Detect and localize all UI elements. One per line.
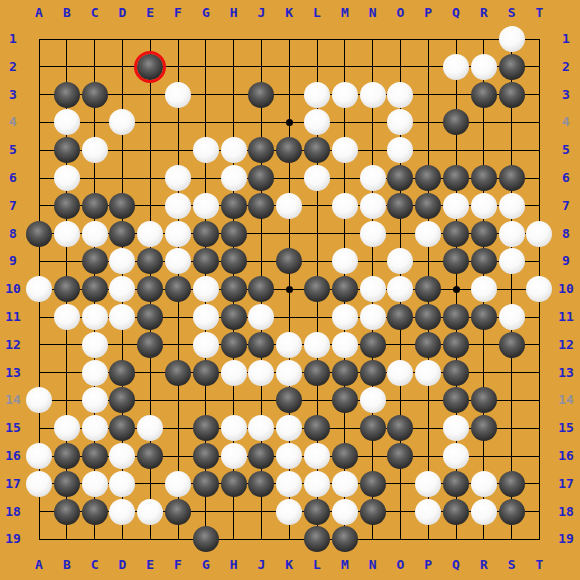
black-stone: [82, 276, 108, 302]
white-stone: [499, 221, 525, 247]
row-label-left: 2: [0, 59, 26, 75]
white-stone: [443, 415, 469, 441]
white-stone: [332, 332, 358, 358]
black-stone: [221, 332, 247, 358]
white-stone: [415, 499, 441, 525]
black-stone: [82, 248, 108, 274]
white-stone: [221, 443, 247, 469]
column-label-top: B: [54, 5, 80, 21]
star-point: [286, 286, 293, 293]
white-stone: [499, 193, 525, 219]
black-stone: [471, 221, 497, 247]
white-stone: [304, 443, 330, 469]
row-label-right: 5: [553, 142, 579, 158]
column-label-bottom: D: [109, 557, 135, 573]
row-label-right: 18: [553, 504, 579, 520]
black-stone: [54, 193, 80, 219]
column-label-top: D: [109, 5, 135, 21]
black-stone: [443, 471, 469, 497]
white-stone: [137, 415, 163, 441]
white-stone: [471, 54, 497, 80]
row-label-left: 11: [0, 309, 26, 325]
black-stone: [54, 443, 80, 469]
white-stone: [109, 248, 135, 274]
white-stone: [221, 360, 247, 386]
row-label-left: 8: [0, 226, 26, 242]
white-stone: [82, 304, 108, 330]
black-stone: [332, 526, 358, 552]
white-stone: [332, 499, 358, 525]
white-stone: [415, 221, 441, 247]
white-stone: [415, 360, 441, 386]
black-stone: [443, 332, 469, 358]
black-stone: [193, 443, 219, 469]
black-stone: [221, 471, 247, 497]
row-label-left: 7: [0, 198, 26, 214]
white-stone: [137, 221, 163, 247]
white-stone: [165, 471, 191, 497]
black-stone: [443, 360, 469, 386]
black-stone: [332, 360, 358, 386]
white-stone: [471, 193, 497, 219]
column-label-bottom: T: [526, 557, 552, 573]
white-stone: [332, 137, 358, 163]
row-label-left: 16: [0, 448, 26, 464]
white-stone: [332, 193, 358, 219]
row-label-left: 12: [0, 337, 26, 353]
black-stone: [165, 499, 191, 525]
column-label-top: C: [82, 5, 108, 21]
white-stone: [276, 332, 302, 358]
white-stone: [304, 109, 330, 135]
black-stone: [471, 415, 497, 441]
black-stone: [471, 165, 497, 191]
black-stone: [26, 221, 52, 247]
black-stone: [248, 276, 274, 302]
column-label-bottom: O: [387, 557, 413, 573]
black-stone: [443, 221, 469, 247]
black-stone: [109, 360, 135, 386]
column-label-bottom: N: [360, 557, 386, 573]
column-label-top: S: [499, 5, 525, 21]
white-stone: [248, 360, 274, 386]
white-stone: [387, 137, 413, 163]
row-label-left: 19: [0, 531, 26, 547]
black-stone: [387, 193, 413, 219]
row-label-left: 15: [0, 420, 26, 436]
black-stone: [332, 443, 358, 469]
row-label-left: 18: [0, 504, 26, 520]
black-stone: [499, 82, 525, 108]
black-stone: [499, 165, 525, 191]
black-stone: [82, 193, 108, 219]
row-label-right: 6: [553, 170, 579, 186]
white-stone: [443, 443, 469, 469]
black-stone: [387, 443, 413, 469]
white-stone: [26, 387, 52, 413]
column-label-bottom: B: [54, 557, 80, 573]
white-stone: [109, 499, 135, 525]
white-stone: [54, 165, 80, 191]
black-stone: [193, 415, 219, 441]
white-stone: [276, 471, 302, 497]
black-stone: [499, 499, 525, 525]
black-stone: [443, 165, 469, 191]
black-stone: [387, 304, 413, 330]
white-stone: [526, 221, 552, 247]
white-stone: [332, 304, 358, 330]
row-label-left: 14: [0, 392, 26, 408]
white-stone: [499, 248, 525, 274]
white-stone: [360, 276, 386, 302]
column-label-bottom: Q: [443, 557, 469, 573]
black-stone: [82, 82, 108, 108]
white-stone: [526, 276, 552, 302]
white-stone: [26, 471, 52, 497]
row-label-right: 8: [553, 226, 579, 242]
black-stone: [360, 499, 386, 525]
row-label-right: 10: [553, 281, 579, 297]
white-stone: [499, 304, 525, 330]
last-move-marker: [134, 51, 166, 83]
row-label-left: 10: [0, 281, 26, 297]
column-label-top: R: [471, 5, 497, 21]
row-label-left: 17: [0, 476, 26, 492]
row-label-right: 4: [553, 114, 579, 130]
column-label-top: E: [137, 5, 163, 21]
white-stone: [193, 332, 219, 358]
black-stone: [276, 137, 302, 163]
white-stone: [387, 82, 413, 108]
white-stone: [332, 82, 358, 108]
star-point: [453, 286, 460, 293]
white-stone: [109, 443, 135, 469]
white-stone: [82, 471, 108, 497]
white-stone: [248, 415, 274, 441]
black-stone: [332, 276, 358, 302]
white-stone: [54, 304, 80, 330]
black-stone: [276, 248, 302, 274]
black-stone: [248, 165, 274, 191]
black-stone: [109, 387, 135, 413]
white-stone: [360, 165, 386, 191]
white-stone: [276, 443, 302, 469]
black-stone: [248, 471, 274, 497]
black-stone: [471, 387, 497, 413]
row-label-right: 16: [553, 448, 579, 464]
column-label-top: G: [193, 5, 219, 21]
black-stone: [193, 221, 219, 247]
black-stone: [137, 304, 163, 330]
white-stone: [415, 471, 441, 497]
white-stone: [82, 415, 108, 441]
black-stone: [360, 471, 386, 497]
row-label-left: 3: [0, 87, 26, 103]
white-stone: [221, 165, 247, 191]
white-stone: [304, 165, 330, 191]
black-stone: [304, 499, 330, 525]
black-stone: [248, 332, 274, 358]
column-label-bottom: M: [332, 557, 358, 573]
black-stone: [332, 387, 358, 413]
black-stone: [221, 304, 247, 330]
white-stone: [443, 54, 469, 80]
row-label-left: 1: [0, 31, 26, 47]
white-stone: [109, 304, 135, 330]
black-stone: [109, 221, 135, 247]
white-stone: [248, 304, 274, 330]
black-stone: [193, 471, 219, 497]
white-stone: [109, 276, 135, 302]
white-stone: [109, 471, 135, 497]
white-stone: [82, 387, 108, 413]
white-stone: [82, 137, 108, 163]
column-label-top: N: [360, 5, 386, 21]
white-stone: [26, 443, 52, 469]
column-label-bottom: L: [304, 557, 330, 573]
black-stone: [387, 415, 413, 441]
black-stone: [304, 276, 330, 302]
black-stone: [248, 137, 274, 163]
black-stone: [499, 332, 525, 358]
black-stone: [415, 304, 441, 330]
white-stone: [82, 360, 108, 386]
white-stone: [360, 193, 386, 219]
white-stone: [54, 415, 80, 441]
row-label-right: 3: [553, 87, 579, 103]
white-stone: [165, 165, 191, 191]
white-stone: [499, 26, 525, 52]
white-stone: [165, 221, 191, 247]
row-label-left: 4: [0, 114, 26, 130]
black-stone: [443, 109, 469, 135]
black-stone: [471, 82, 497, 108]
white-stone: [387, 276, 413, 302]
black-stone: [471, 248, 497, 274]
column-label-top: J: [248, 5, 274, 21]
black-stone: [499, 471, 525, 497]
black-stone: [360, 332, 386, 358]
white-stone: [221, 137, 247, 163]
row-label-left: 9: [0, 253, 26, 269]
white-stone: [54, 221, 80, 247]
row-label-left: 6: [0, 170, 26, 186]
black-stone: [248, 82, 274, 108]
white-stone: [276, 499, 302, 525]
black-stone: [415, 193, 441, 219]
black-stone: [165, 276, 191, 302]
black-stone: [415, 332, 441, 358]
black-stone: [165, 360, 191, 386]
black-stone: [248, 443, 274, 469]
row-label-right: 15: [553, 420, 579, 436]
column-label-top: T: [526, 5, 552, 21]
white-stone: [193, 193, 219, 219]
black-stone: [415, 276, 441, 302]
grid-line-vertical: [511, 39, 512, 540]
black-stone: [304, 360, 330, 386]
black-stone: [109, 415, 135, 441]
row-label-right: 19: [553, 531, 579, 547]
black-stone: [82, 443, 108, 469]
black-stone: [304, 137, 330, 163]
column-label-bottom: J: [248, 557, 274, 573]
column-label-top: P: [415, 5, 441, 21]
column-label-bottom: H: [221, 557, 247, 573]
row-label-right: 14: [553, 392, 579, 408]
black-stone: [499, 54, 525, 80]
black-stone: [221, 248, 247, 274]
black-stone: [109, 193, 135, 219]
white-stone: [332, 248, 358, 274]
white-stone: [193, 137, 219, 163]
white-stone: [387, 109, 413, 135]
white-stone: [109, 109, 135, 135]
white-stone: [221, 415, 247, 441]
row-label-left: 5: [0, 142, 26, 158]
white-stone: [165, 248, 191, 274]
black-stone: [54, 82, 80, 108]
row-label-right: 13: [553, 365, 579, 381]
white-stone: [443, 193, 469, 219]
black-stone: [54, 137, 80, 163]
black-stone: [415, 165, 441, 191]
go-board[interactable]: AABBCCDDEEFFGGHHJJKKLLMMNNOOPPQQRRSSTT11…: [0, 0, 580, 580]
white-stone: [360, 304, 386, 330]
white-stone: [471, 471, 497, 497]
row-label-right: 17: [553, 476, 579, 492]
white-stone: [276, 193, 302, 219]
black-stone: [360, 415, 386, 441]
white-stone: [304, 471, 330, 497]
column-label-top: K: [276, 5, 302, 21]
black-stone: [360, 360, 386, 386]
column-label-bottom: R: [471, 557, 497, 573]
black-stone: [248, 193, 274, 219]
black-stone: [193, 360, 219, 386]
white-stone: [276, 360, 302, 386]
white-stone: [193, 304, 219, 330]
black-stone: [304, 415, 330, 441]
white-stone: [165, 82, 191, 108]
row-label-right: 11: [553, 309, 579, 325]
black-stone: [387, 165, 413, 191]
white-stone: [387, 248, 413, 274]
white-stone: [332, 471, 358, 497]
white-stone: [471, 276, 497, 302]
black-stone: [443, 499, 469, 525]
column-label-bottom: S: [499, 557, 525, 573]
white-stone: [82, 221, 108, 247]
black-stone: [221, 276, 247, 302]
black-stone: [221, 221, 247, 247]
column-label-bottom: F: [165, 557, 191, 573]
row-label-right: 12: [553, 337, 579, 353]
row-label-right: 1: [553, 31, 579, 47]
column-label-top: M: [332, 5, 358, 21]
black-stone: [221, 193, 247, 219]
column-label-bottom: E: [137, 557, 163, 573]
white-stone: [165, 193, 191, 219]
column-label-top: Q: [443, 5, 469, 21]
star-point: [286, 119, 293, 126]
column-label-top: A: [26, 5, 52, 21]
black-stone: [137, 443, 163, 469]
black-stone: [193, 248, 219, 274]
white-stone: [304, 332, 330, 358]
black-stone: [137, 248, 163, 274]
row-label-left: 13: [0, 365, 26, 381]
column-label-bottom: C: [82, 557, 108, 573]
white-stone: [276, 415, 302, 441]
white-stone: [304, 82, 330, 108]
white-stone: [54, 109, 80, 135]
black-stone: [443, 304, 469, 330]
black-stone: [193, 526, 219, 552]
white-stone: [387, 360, 413, 386]
column-label-bottom: P: [415, 557, 441, 573]
row-label-right: 7: [553, 198, 579, 214]
black-stone: [137, 332, 163, 358]
white-stone: [193, 276, 219, 302]
black-stone: [137, 276, 163, 302]
row-label-right: 2: [553, 59, 579, 75]
white-stone: [360, 221, 386, 247]
white-stone: [360, 82, 386, 108]
black-stone: [54, 276, 80, 302]
column-label-bottom: A: [26, 557, 52, 573]
column-label-bottom: K: [276, 557, 302, 573]
black-stone: [471, 304, 497, 330]
column-label-top: H: [221, 5, 247, 21]
black-stone: [443, 387, 469, 413]
row-label-right: 9: [553, 253, 579, 269]
grid-line-horizontal: [39, 539, 540, 540]
black-stone: [54, 499, 80, 525]
column-label-top: O: [387, 5, 413, 21]
black-stone: [443, 248, 469, 274]
column-label-top: F: [165, 5, 191, 21]
black-stone: [54, 471, 80, 497]
white-stone: [471, 499, 497, 525]
column-label-bottom: G: [193, 557, 219, 573]
black-stone: [82, 499, 108, 525]
white-stone: [82, 332, 108, 358]
white-stone: [26, 276, 52, 302]
black-stone: [304, 526, 330, 552]
column-label-top: L: [304, 5, 330, 21]
white-stone: [360, 387, 386, 413]
black-stone: [276, 387, 302, 413]
white-stone: [137, 499, 163, 525]
